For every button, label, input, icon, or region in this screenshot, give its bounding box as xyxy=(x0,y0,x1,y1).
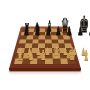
square-h7 xyxy=(62,31,69,35)
square-d3 xyxy=(38,47,45,52)
board-front-edge xyxy=(9,68,81,72)
square-d2 xyxy=(38,52,45,57)
chess-board xyxy=(14,28,76,64)
square-d1 xyxy=(37,58,45,64)
piece-black-pawn: ♟ xyxy=(77,25,83,37)
square-h2 xyxy=(66,52,74,57)
chess-set-photo: ♜♞♝♛♚♝♞♜♟♟♟♟♟♟♟♟♟♟♟♟♟♟♟♟♜♞♝♛♚♝♞♜ xyxy=(0,0,90,90)
piece-black-pawn: ♟ xyxy=(88,25,90,37)
piece-white-bishop: ♝ xyxy=(83,48,90,62)
square-h6 xyxy=(63,35,70,39)
square-h4 xyxy=(65,43,73,48)
square-h3 xyxy=(65,47,73,52)
piece-white-pawn: ♟ xyxy=(81,47,86,57)
piece-black-king: ♚ xyxy=(79,13,89,36)
square-h8 xyxy=(62,28,68,31)
square-h5 xyxy=(64,39,71,43)
square-d4 xyxy=(38,43,45,48)
square-h1 xyxy=(67,58,76,64)
